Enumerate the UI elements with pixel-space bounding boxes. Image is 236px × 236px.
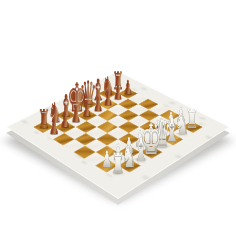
chess-set-photo: ♜♞♝♛♚♝♞♜♟♟♟♟♟♟♟♟♟♟♟♟♟♟♟♟♜♞♝♛♚♝♞♜ [0, 0, 236, 236]
